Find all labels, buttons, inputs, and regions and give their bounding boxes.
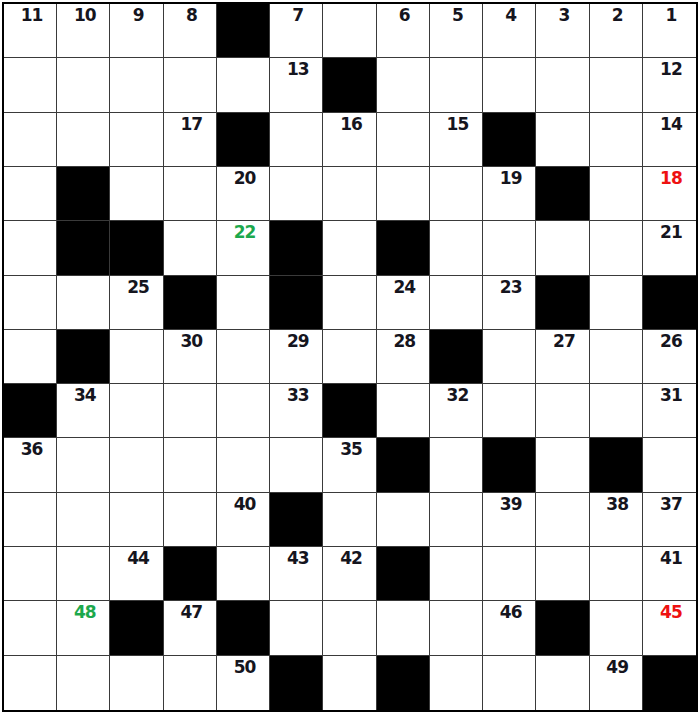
letter-cell-r7c4[interactable]: 30 bbox=[164, 330, 217, 384]
black-cell-r7c2 bbox=[57, 330, 110, 384]
letter-cell-r12c4[interactable]: 47 bbox=[164, 601, 217, 655]
letter-cell-r9c3[interactable] bbox=[110, 438, 163, 492]
black-cell-r11c4 bbox=[164, 547, 217, 601]
letter-cell-r9c9[interactable] bbox=[430, 438, 483, 492]
black-cell-r4c2 bbox=[57, 167, 110, 221]
letter-cell-r11c13[interactable]: 41 bbox=[643, 547, 696, 601]
letter-cell-r11c9[interactable] bbox=[430, 547, 483, 601]
clue-number-44: 44 bbox=[110, 547, 162, 567]
black-cell-r12c3 bbox=[110, 601, 163, 655]
letter-cell-r2c11[interactable] bbox=[536, 58, 589, 112]
letter-cell-r1c9[interactable]: 5 bbox=[430, 4, 483, 58]
clue-number-5: 5 bbox=[430, 4, 482, 24]
letter-cell-r9c7[interactable]: 35 bbox=[323, 438, 376, 492]
clue-number-22: 22 bbox=[217, 221, 269, 241]
letter-cell-r5c10[interactable] bbox=[483, 221, 536, 275]
clue-number-37: 37 bbox=[643, 493, 696, 513]
letter-cell-r3c11[interactable] bbox=[536, 113, 589, 167]
letter-cell-r4c9[interactable] bbox=[430, 167, 483, 221]
letter-cell-r3c9[interactable]: 15 bbox=[430, 113, 483, 167]
clue-number-32: 32 bbox=[430, 384, 482, 404]
letter-cell-r6c12[interactable] bbox=[590, 276, 643, 330]
letter-cell-r7c5[interactable] bbox=[217, 330, 270, 384]
letter-cell-r4c7[interactable] bbox=[323, 167, 376, 221]
letter-cell-r7c12[interactable] bbox=[590, 330, 643, 384]
black-cell-r11c8 bbox=[377, 547, 430, 601]
letter-cell-r1c11[interactable]: 3 bbox=[536, 4, 589, 58]
letter-cell-r4c6[interactable] bbox=[270, 167, 323, 221]
letter-cell-r7c13[interactable]: 26 bbox=[643, 330, 696, 384]
black-cell-r7c9 bbox=[430, 330, 483, 384]
letter-cell-r2c5[interactable] bbox=[217, 58, 270, 112]
clue-number-28: 28 bbox=[377, 330, 429, 350]
clue-number-1: 1 bbox=[643, 4, 696, 24]
letter-cell-r4c5[interactable]: 20 bbox=[217, 167, 270, 221]
clue-number-43: 43 bbox=[270, 547, 322, 567]
letter-cell-r3c2[interactable] bbox=[57, 113, 110, 167]
clue-number-2: 2 bbox=[590, 4, 642, 24]
letter-cell-r6c1[interactable] bbox=[4, 276, 57, 330]
clue-number-48: 48 bbox=[57, 601, 109, 621]
letter-cell-r6c2[interactable] bbox=[57, 276, 110, 330]
letter-cell-r10c13[interactable]: 37 bbox=[643, 493, 696, 547]
letter-cell-r13c5[interactable]: 50 bbox=[217, 656, 270, 710]
letter-cell-r5c9[interactable] bbox=[430, 221, 483, 275]
clue-number-18: 18 bbox=[643, 167, 696, 187]
letter-cell-r3c6[interactable] bbox=[270, 113, 323, 167]
letter-cell-r7c10[interactable] bbox=[483, 330, 536, 384]
letter-cell-r8c6[interactable]: 33 bbox=[270, 384, 323, 438]
black-cell-r6c6 bbox=[270, 276, 323, 330]
black-cell-r6c13 bbox=[643, 276, 696, 330]
letter-cell-r12c12[interactable] bbox=[590, 601, 643, 655]
letter-cell-r7c11[interactable]: 27 bbox=[536, 330, 589, 384]
letter-cell-r3c8[interactable] bbox=[377, 113, 430, 167]
letter-cell-r8c4[interactable] bbox=[164, 384, 217, 438]
letter-cell-r5c1[interactable] bbox=[4, 221, 57, 275]
clue-number-4: 4 bbox=[483, 4, 535, 24]
letter-cell-r8c12[interactable] bbox=[590, 384, 643, 438]
letter-cell-r2c13[interactable]: 12 bbox=[643, 58, 696, 112]
letter-cell-r6c3[interactable]: 25 bbox=[110, 276, 163, 330]
clue-number-49: 49 bbox=[590, 656, 642, 676]
letter-cell-r9c6[interactable] bbox=[270, 438, 323, 492]
clue-number-25: 25 bbox=[110, 276, 162, 296]
letter-cell-r6c5[interactable] bbox=[217, 276, 270, 330]
letter-cell-r10c2[interactable] bbox=[57, 493, 110, 547]
letter-cell-r4c3[interactable] bbox=[110, 167, 163, 221]
letter-cell-r8c3[interactable] bbox=[110, 384, 163, 438]
letter-cell-r1c13[interactable]: 1 bbox=[643, 4, 696, 58]
letter-cell-r5c12[interactable] bbox=[590, 221, 643, 275]
letter-cell-r12c2[interactable]: 48 bbox=[57, 601, 110, 655]
letter-cell-r2c10[interactable] bbox=[483, 58, 536, 112]
clue-number-29: 29 bbox=[270, 330, 322, 350]
letter-cell-r8c13[interactable]: 31 bbox=[643, 384, 696, 438]
letter-cell-r10c4[interactable] bbox=[164, 493, 217, 547]
letter-cell-r13c3[interactable] bbox=[110, 656, 163, 710]
clue-number-13: 13 bbox=[270, 58, 322, 78]
black-cell-r5c6 bbox=[270, 221, 323, 275]
letter-cell-r13c10[interactable] bbox=[483, 656, 536, 710]
letter-cell-r5c13[interactable]: 21 bbox=[643, 221, 696, 275]
letter-cell-r10c1[interactable] bbox=[4, 493, 57, 547]
letter-cell-r12c6[interactable] bbox=[270, 601, 323, 655]
letter-cell-r2c2[interactable] bbox=[57, 58, 110, 112]
letter-cell-r4c13[interactable]: 18 bbox=[643, 167, 696, 221]
clue-number-15: 15 bbox=[430, 113, 482, 133]
black-cell-r9c8 bbox=[377, 438, 430, 492]
letter-cell-r10c12[interactable]: 38 bbox=[590, 493, 643, 547]
clue-number-46: 46 bbox=[483, 601, 535, 621]
letter-cell-r4c4[interactable] bbox=[164, 167, 217, 221]
letter-cell-r3c13[interactable]: 14 bbox=[643, 113, 696, 167]
clue-number-21: 21 bbox=[643, 221, 696, 241]
clue-number-35: 35 bbox=[323, 438, 375, 458]
letter-cell-r11c2[interactable] bbox=[57, 547, 110, 601]
letter-cell-r9c1[interactable]: 36 bbox=[4, 438, 57, 492]
clue-number-19: 19 bbox=[483, 167, 535, 187]
black-cell-r5c8 bbox=[377, 221, 430, 275]
letter-cell-r13c9[interactable] bbox=[430, 656, 483, 710]
clue-number-10: 10 bbox=[57, 4, 109, 24]
letter-cell-r4c1[interactable] bbox=[4, 167, 57, 221]
letter-cell-r12c10[interactable]: 46 bbox=[483, 601, 536, 655]
letter-cell-r1c12[interactable]: 2 bbox=[590, 4, 643, 58]
black-cell-r13c6 bbox=[270, 656, 323, 710]
black-cell-r1c5 bbox=[217, 4, 270, 58]
black-cell-r9c12 bbox=[590, 438, 643, 492]
letter-cell-r13c7[interactable] bbox=[323, 656, 376, 710]
black-cell-r12c5 bbox=[217, 601, 270, 655]
clue-number-12: 12 bbox=[643, 58, 696, 78]
clue-number-17: 17 bbox=[164, 113, 216, 133]
letter-cell-r13c4[interactable] bbox=[164, 656, 217, 710]
letter-cell-r7c7[interactable] bbox=[323, 330, 376, 384]
clue-number-45: 45 bbox=[643, 601, 696, 621]
clue-number-47: 47 bbox=[164, 601, 216, 621]
letter-cell-r12c13[interactable]: 45 bbox=[643, 601, 696, 655]
letter-cell-r13c11[interactable] bbox=[536, 656, 589, 710]
clue-number-6: 6 bbox=[377, 4, 429, 24]
black-cell-r4c11 bbox=[536, 167, 589, 221]
letter-cell-r4c8[interactable] bbox=[377, 167, 430, 221]
letter-cell-r5c11[interactable] bbox=[536, 221, 589, 275]
letter-cell-r2c12[interactable] bbox=[590, 58, 643, 112]
letter-cell-r1c3[interactable]: 9 bbox=[110, 4, 163, 58]
black-cell-r3c5 bbox=[217, 113, 270, 167]
letter-cell-r7c3[interactable] bbox=[110, 330, 163, 384]
black-cell-r5c3 bbox=[110, 221, 163, 275]
letter-cell-r10c10[interactable]: 39 bbox=[483, 493, 536, 547]
letter-cell-r3c7[interactable]: 16 bbox=[323, 113, 376, 167]
clue-number-42: 42 bbox=[323, 547, 375, 567]
clue-number-31: 31 bbox=[643, 384, 696, 404]
black-cell-r2c7 bbox=[323, 58, 376, 112]
letter-cell-r8c2[interactable]: 34 bbox=[57, 384, 110, 438]
black-cell-r6c11 bbox=[536, 276, 589, 330]
letter-cell-r12c7[interactable] bbox=[323, 601, 376, 655]
letter-cell-r2c1[interactable] bbox=[4, 58, 57, 112]
letter-cell-r10c5[interactable]: 40 bbox=[217, 493, 270, 547]
clue-number-11: 11 bbox=[4, 4, 56, 24]
letter-cell-r8c10[interactable] bbox=[483, 384, 536, 438]
letter-cell-r1c6[interactable]: 7 bbox=[270, 4, 323, 58]
letter-cell-r11c7[interactable]: 42 bbox=[323, 547, 376, 601]
clue-number-16: 16 bbox=[323, 113, 375, 133]
clue-number-3: 3 bbox=[536, 4, 588, 24]
letter-cell-r10c7[interactable] bbox=[323, 493, 376, 547]
clue-number-14: 14 bbox=[643, 113, 696, 133]
letter-cell-r8c5[interactable] bbox=[217, 384, 270, 438]
letter-cell-r11c6[interactable]: 43 bbox=[270, 547, 323, 601]
letter-cell-r12c9[interactable] bbox=[430, 601, 483, 655]
clue-number-27: 27 bbox=[536, 330, 588, 350]
black-cell-r12c11 bbox=[536, 601, 589, 655]
black-cell-r13c13 bbox=[643, 656, 696, 710]
letter-cell-r5c5[interactable]: 22 bbox=[217, 221, 270, 275]
letter-cell-r1c4[interactable]: 8 bbox=[164, 4, 217, 58]
letter-cell-r7c6[interactable]: 29 bbox=[270, 330, 323, 384]
clue-number-41: 41 bbox=[643, 547, 696, 567]
letter-cell-r6c7[interactable] bbox=[323, 276, 376, 330]
letter-cell-r9c5[interactable] bbox=[217, 438, 270, 492]
clue-number-38: 38 bbox=[590, 493, 642, 513]
letter-cell-r12c8[interactable] bbox=[377, 601, 430, 655]
letter-cell-r5c4[interactable] bbox=[164, 221, 217, 275]
letter-cell-r2c6[interactable]: 13 bbox=[270, 58, 323, 112]
letter-cell-r10c3[interactable] bbox=[110, 493, 163, 547]
crossword-board: 1110987654321131217161514201918222125242… bbox=[2, 2, 698, 712]
clue-number-26: 26 bbox=[643, 330, 696, 350]
letter-cell-r2c9[interactable] bbox=[430, 58, 483, 112]
letter-cell-r6c10[interactable]: 23 bbox=[483, 276, 536, 330]
black-cell-r8c1 bbox=[4, 384, 57, 438]
letter-cell-r7c1[interactable] bbox=[4, 330, 57, 384]
letter-cell-r5c7[interactable] bbox=[323, 221, 376, 275]
letter-cell-r13c1[interactable] bbox=[4, 656, 57, 710]
letter-cell-r6c9[interactable] bbox=[430, 276, 483, 330]
black-cell-r3c10 bbox=[483, 113, 536, 167]
letter-cell-r2c3[interactable] bbox=[110, 58, 163, 112]
letter-cell-r12c1[interactable] bbox=[4, 601, 57, 655]
letter-cell-r1c8[interactable]: 6 bbox=[377, 4, 430, 58]
crossword-page: 1110987654321131217161514201918222125242… bbox=[0, 0, 700, 714]
letter-cell-r8c11[interactable] bbox=[536, 384, 589, 438]
clue-number-24: 24 bbox=[377, 276, 429, 296]
letter-cell-r4c12[interactable] bbox=[590, 167, 643, 221]
letter-cell-r11c12[interactable] bbox=[590, 547, 643, 601]
clue-number-39: 39 bbox=[483, 493, 535, 513]
letter-cell-r10c11[interactable] bbox=[536, 493, 589, 547]
clue-number-9: 9 bbox=[110, 4, 162, 24]
clue-number-36: 36 bbox=[4, 438, 56, 458]
letter-cell-r3c3[interactable] bbox=[110, 113, 163, 167]
black-cell-r13c8 bbox=[377, 656, 430, 710]
letter-cell-r13c12[interactable]: 49 bbox=[590, 656, 643, 710]
letter-cell-r11c3[interactable]: 44 bbox=[110, 547, 163, 601]
letter-cell-r8c8[interactable] bbox=[377, 384, 430, 438]
letter-cell-r1c1[interactable]: 11 bbox=[4, 4, 57, 58]
clue-number-23: 23 bbox=[483, 276, 535, 296]
letter-cell-r9c4[interactable] bbox=[164, 438, 217, 492]
letter-cell-r1c10[interactable]: 4 bbox=[483, 4, 536, 58]
letter-cell-r7c8[interactable]: 28 bbox=[377, 330, 430, 384]
letter-cell-r13c2[interactable] bbox=[57, 656, 110, 710]
clue-number-50: 50 bbox=[217, 656, 269, 676]
clue-number-20: 20 bbox=[217, 167, 269, 187]
black-cell-r5c2 bbox=[57, 221, 110, 275]
black-cell-r9c10 bbox=[483, 438, 536, 492]
clue-number-40: 40 bbox=[217, 493, 269, 513]
clue-number-7: 7 bbox=[270, 4, 322, 24]
clue-number-8: 8 bbox=[164, 4, 216, 24]
clue-number-33: 33 bbox=[270, 384, 322, 404]
letter-cell-r8c9[interactable]: 32 bbox=[430, 384, 483, 438]
clue-number-30: 30 bbox=[164, 330, 216, 350]
letter-cell-r3c4[interactable]: 17 bbox=[164, 113, 217, 167]
clue-number-34: 34 bbox=[57, 384, 109, 404]
letter-cell-r10c8[interactable] bbox=[377, 493, 430, 547]
black-cell-r8c7 bbox=[323, 384, 376, 438]
letter-cell-r11c10[interactable] bbox=[483, 547, 536, 601]
letter-cell-r11c5[interactable] bbox=[217, 547, 270, 601]
letter-cell-r1c7[interactable] bbox=[323, 4, 376, 58]
letter-cell-r2c8[interactable] bbox=[377, 58, 430, 112]
letter-cell-r6c8[interactable]: 24 bbox=[377, 276, 430, 330]
black-cell-r10c6 bbox=[270, 493, 323, 547]
letter-cell-r9c2[interactable] bbox=[57, 438, 110, 492]
letter-cell-r9c13[interactable] bbox=[643, 438, 696, 492]
letter-cell-r11c1[interactable] bbox=[4, 547, 57, 601]
letter-cell-r10c9[interactable] bbox=[430, 493, 483, 547]
letter-cell-r3c12[interactable] bbox=[590, 113, 643, 167]
black-cell-r6c4 bbox=[164, 276, 217, 330]
letter-cell-r1c2[interactable]: 10 bbox=[57, 4, 110, 58]
letter-cell-r3c1[interactable] bbox=[4, 113, 57, 167]
letter-cell-r4c10[interactable]: 19 bbox=[483, 167, 536, 221]
letter-cell-r11c11[interactable] bbox=[536, 547, 589, 601]
letter-cell-r2c4[interactable] bbox=[164, 58, 217, 112]
letter-cell-r9c11[interactable] bbox=[536, 438, 589, 492]
